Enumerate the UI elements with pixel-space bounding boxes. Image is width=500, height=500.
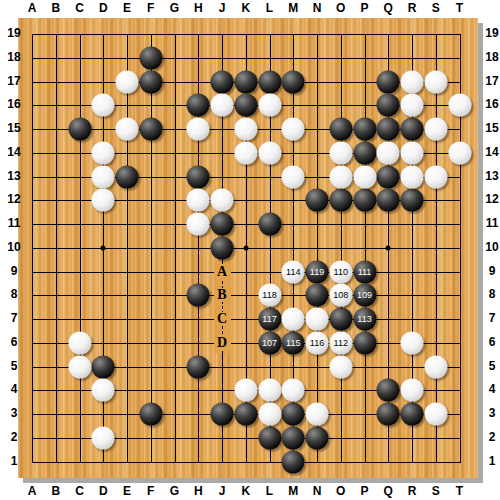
stone-black-Q4[interactable]: [377, 379, 400, 402]
stone-white-T16[interactable]: [448, 94, 471, 117]
stone-black-H16[interactable]: [187, 94, 210, 117]
stone-black-F17[interactable]: [139, 70, 162, 93]
stone-white-L8[interactable]: 118: [258, 284, 281, 307]
stone-white-J16[interactable]: [211, 94, 234, 117]
stone-white-L14[interactable]: [258, 141, 281, 164]
move-number: 117: [262, 315, 276, 324]
stone-white-D14[interactable]: [92, 141, 115, 164]
stone-black-F18[interactable]: [139, 46, 162, 69]
grid-line-vertical: [317, 34, 318, 463]
coord-right-15: 15: [483, 121, 500, 136]
stone-white-D4[interactable]: [92, 379, 115, 402]
coord-right-17: 17: [483, 74, 500, 89]
coord-top-E: E: [118, 1, 136, 16]
coord-top-H: H: [189, 1, 207, 16]
move-number: 108: [333, 291, 348, 300]
stone-white-O6[interactable]: 112: [329, 331, 352, 354]
grid-line-horizontal: [32, 295, 461, 296]
stone-white-K15[interactable]: [234, 118, 257, 141]
stone-black-L7[interactable]: 117: [258, 308, 281, 331]
coord-left-13: 13: [5, 169, 23, 184]
grid-line-vertical: [365, 34, 366, 463]
stone-black-N8[interactable]: [306, 284, 329, 307]
stone-black-M1[interactable]: [282, 450, 305, 473]
stone-black-K3[interactable]: [234, 403, 257, 426]
stone-white-O13[interactable]: [329, 165, 352, 188]
stone-white-D13[interactable]: [92, 165, 115, 188]
stone-black-J11[interactable]: [211, 213, 234, 236]
stone-white-R13[interactable]: [401, 165, 424, 188]
stone-black-Q15[interactable]: [377, 118, 400, 141]
stone-white-R17[interactable]: [401, 70, 424, 93]
stone-black-Q16[interactable]: [377, 94, 400, 117]
stone-white-M4[interactable]: [282, 379, 305, 402]
stone-white-D16[interactable]: [92, 94, 115, 117]
coord-top-T: T: [451, 1, 469, 16]
coord-top-P: P: [356, 1, 374, 16]
coord-top-B: B: [47, 1, 65, 16]
stone-white-R6[interactable]: [401, 331, 424, 354]
stone-black-P6[interactable]: [353, 331, 376, 354]
star-point-K10: [243, 245, 248, 250]
stone-white-K4[interactable]: [234, 379, 257, 402]
stone-white-S15[interactable]: [424, 118, 447, 141]
star-point-D10: [101, 245, 106, 250]
stone-black-P7[interactable]: 113: [353, 308, 376, 331]
stone-white-O5[interactable]: [329, 355, 352, 378]
stone-white-L4[interactable]: [258, 379, 281, 402]
coord-left-7: 7: [5, 311, 23, 326]
stone-black-L17[interactable]: [258, 70, 281, 93]
coord-right-1: 1: [483, 454, 500, 469]
stone-black-M6[interactable]: 115: [282, 331, 305, 354]
coord-right-4: 4: [483, 382, 500, 397]
coord-bottom-B: B: [47, 484, 65, 499]
coord-left-14: 14: [5, 145, 23, 160]
coord-bottom-L: L: [261, 484, 279, 499]
point-label-C: C: [215, 312, 229, 326]
move-number: 112: [334, 338, 348, 347]
stone-black-O15[interactable]: [329, 118, 352, 141]
stone-black-K17[interactable]: [234, 70, 257, 93]
coord-bottom-T: T: [451, 484, 469, 499]
coord-left-6: 6: [5, 335, 23, 350]
stone-white-M9[interactable]: 114: [282, 260, 305, 283]
coord-bottom-Q: Q: [379, 484, 397, 499]
coord-bottom-C: C: [71, 484, 89, 499]
stone-black-P8[interactable]: 109: [353, 284, 376, 307]
coord-left-1: 1: [5, 454, 23, 469]
stone-black-H5[interactable]: [187, 355, 210, 378]
coord-bottom-M: M: [284, 484, 302, 499]
stone-black-N9[interactable]: 119: [306, 260, 329, 283]
stone-black-P14[interactable]: [353, 141, 376, 164]
coord-left-9: 9: [5, 264, 23, 279]
coord-left-16: 16: [5, 97, 23, 112]
coord-right-18: 18: [483, 50, 500, 65]
stone-white-O8[interactable]: 108: [329, 284, 352, 307]
stone-white-L3[interactable]: [258, 403, 281, 426]
coord-bottom-N: N: [308, 484, 326, 499]
coord-top-N: N: [308, 1, 326, 16]
coord-left-15: 15: [5, 121, 23, 136]
stone-black-M2[interactable]: [282, 426, 305, 449]
stone-black-R15[interactable]: [401, 118, 424, 141]
coord-left-5: 5: [5, 359, 23, 374]
stone-black-Q17[interactable]: [377, 70, 400, 93]
stone-white-C6[interactable]: [68, 331, 91, 354]
coord-right-16: 16: [483, 97, 500, 112]
coord-right-6: 6: [483, 335, 500, 350]
move-number: 114: [286, 267, 300, 276]
stone-black-F3[interactable]: [139, 403, 162, 426]
stone-white-S3[interactable]: [424, 403, 447, 426]
coord-top-Q: Q: [379, 1, 397, 16]
stone-black-J10[interactable]: [211, 236, 234, 259]
coord-top-S: S: [427, 1, 445, 16]
coord-top-G: G: [166, 1, 184, 16]
grid-line-horizontal: [32, 319, 461, 320]
coord-bottom-P: P: [356, 484, 374, 499]
star-point-Q10: [386, 245, 391, 250]
coord-left-3: 3: [5, 406, 23, 421]
stone-white-P13[interactable]: [353, 165, 376, 188]
coord-right-9: 9: [483, 264, 500, 279]
coord-top-L: L: [261, 1, 279, 16]
stone-white-O9[interactable]: 110: [329, 260, 352, 283]
coord-bottom-E: E: [118, 484, 136, 499]
stone-white-S5[interactable]: [424, 355, 447, 378]
stone-black-M3[interactable]: [282, 403, 305, 426]
stone-black-Q12[interactable]: [377, 189, 400, 212]
stone-black-R12[interactable]: [401, 189, 424, 212]
stone-black-P15[interactable]: [353, 118, 376, 141]
stone-white-D2[interactable]: [92, 426, 115, 449]
coord-bottom-K: K: [237, 484, 255, 499]
coord-bottom-J: J: [213, 484, 231, 499]
coord-right-5: 5: [483, 359, 500, 374]
move-number: 107: [262, 338, 277, 347]
point-label-D: D: [215, 336, 229, 350]
coord-right-3: 3: [483, 406, 500, 421]
coord-bottom-O: O: [332, 484, 350, 499]
coord-right-2: 2: [483, 430, 500, 445]
stone-white-Q14[interactable]: [377, 141, 400, 164]
move-number: 109: [357, 291, 372, 300]
coord-top-M: M: [284, 1, 302, 16]
coord-right-12: 12: [483, 192, 500, 207]
coord-bottom-G: G: [166, 484, 184, 499]
stone-white-N6[interactable]: 116: [306, 331, 329, 354]
stone-black-Q13[interactable]: [377, 165, 400, 188]
stone-white-O14[interactable]: [329, 141, 352, 164]
move-number: 119: [310, 267, 324, 276]
stone-white-T14[interactable]: [448, 141, 471, 164]
stone-black-D5[interactable]: [92, 355, 115, 378]
stone-white-E15[interactable]: [116, 118, 139, 141]
point-label-A: A: [215, 265, 229, 279]
move-number: 111: [358, 267, 372, 276]
coord-bottom-D: D: [94, 484, 112, 499]
coord-left-17: 17: [5, 74, 23, 89]
stone-white-R16[interactable]: [401, 94, 424, 117]
stone-white-K14[interactable]: [234, 141, 257, 164]
coord-top-D: D: [94, 1, 112, 16]
stone-white-N3[interactable]: [306, 403, 329, 426]
stone-white-S17[interactable]: [424, 70, 447, 93]
move-number: 110: [334, 267, 348, 276]
coord-right-13: 13: [483, 169, 500, 184]
grid-line-horizontal: [32, 462, 461, 463]
stone-white-E17[interactable]: [116, 70, 139, 93]
coord-right-14: 14: [483, 145, 500, 160]
coord-top-F: F: [142, 1, 160, 16]
coord-bottom-R: R: [403, 484, 421, 499]
stone-black-F15[interactable]: [139, 118, 162, 141]
coord-left-4: 4: [5, 382, 23, 397]
stone-black-H13[interactable]: [187, 165, 210, 188]
coord-right-8: 8: [483, 287, 500, 302]
stone-white-N7[interactable]: [306, 308, 329, 331]
move-number: 116: [310, 338, 324, 347]
stone-black-L11[interactable]: [258, 213, 281, 236]
stone-white-J12[interactable]: [211, 189, 234, 212]
stone-black-N2[interactable]: [306, 426, 329, 449]
stone-black-L2[interactable]: [258, 426, 281, 449]
coord-right-10: 10: [483, 240, 500, 255]
stone-black-R3[interactable]: [401, 403, 424, 426]
coord-bottom-H: H: [189, 484, 207, 499]
stone-black-C15[interactable]: [68, 118, 91, 141]
grid-line-vertical: [341, 34, 342, 463]
stone-black-K16[interactable]: [234, 94, 257, 117]
stone-white-H15[interactable]: [187, 118, 210, 141]
stone-white-M7[interactable]: [282, 308, 305, 331]
stone-white-M15[interactable]: [282, 118, 305, 141]
stone-white-R4[interactable]: [401, 379, 424, 402]
move-number: 115: [286, 338, 300, 347]
coord-bottom-F: F: [142, 484, 160, 499]
stone-black-H8[interactable]: [187, 284, 210, 307]
move-number: 118: [262, 291, 276, 300]
stone-white-C5[interactable]: [68, 355, 91, 378]
coord-top-J: J: [213, 1, 231, 16]
stone-black-J3[interactable]: [211, 403, 234, 426]
coord-left-8: 8: [5, 287, 23, 302]
stone-black-N12[interactable]: [306, 189, 329, 212]
stone-black-E13[interactable]: [116, 165, 139, 188]
move-number: 113: [357, 315, 371, 324]
coord-bottom-S: S: [427, 484, 445, 499]
stone-black-L6[interactable]: 107: [258, 331, 281, 354]
coord-top-R: R: [403, 1, 421, 16]
coord-top-C: C: [71, 1, 89, 16]
stone-black-Q3[interactable]: [377, 403, 400, 426]
point-label-B: B: [215, 288, 228, 302]
stone-black-O7[interactable]: [329, 308, 352, 331]
goban-stage: ABCD119111109117113107115114110118108116…: [0, 0, 500, 500]
stone-white-R14[interactable]: [401, 141, 424, 164]
coord-right-19: 19: [483, 26, 500, 41]
coord-left-19: 19: [5, 26, 23, 41]
stone-white-M13[interactable]: [282, 165, 305, 188]
stone-white-D12[interactable]: [92, 189, 115, 212]
coord-left-2: 2: [5, 430, 23, 445]
grid-line-vertical: [436, 34, 437, 463]
coord-left-11: 11: [5, 216, 23, 231]
stone-black-O12[interactable]: [329, 189, 352, 212]
coord-right-7: 7: [483, 311, 500, 326]
coord-right-11: 11: [483, 216, 500, 231]
coord-top-O: O: [332, 1, 350, 16]
coord-left-12: 12: [5, 192, 23, 207]
stone-white-H11[interactable]: [187, 213, 210, 236]
goban[interactable]: ABCD119111109117113107115114110118108116…: [18, 18, 478, 478]
coord-top-A: A: [23, 1, 41, 16]
grid-line-horizontal: [32, 272, 461, 273]
coord-left-18: 18: [5, 50, 23, 65]
stone-white-L16[interactable]: [258, 94, 281, 117]
stone-white-S13[interactable]: [424, 165, 447, 188]
stone-black-J17[interactable]: [211, 70, 234, 93]
stone-black-P9[interactable]: 111: [353, 260, 376, 283]
stone-white-H12[interactable]: [187, 189, 210, 212]
coord-bottom-A: A: [23, 484, 41, 499]
grid-line-horizontal: [32, 343, 461, 344]
stone-black-M17[interactable]: [282, 70, 305, 93]
stone-black-P12[interactable]: [353, 189, 376, 212]
coord-left-10: 10: [5, 240, 23, 255]
coord-top-K: K: [237, 1, 255, 16]
